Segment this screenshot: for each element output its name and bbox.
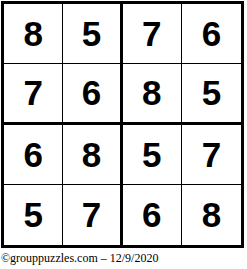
- cell-r3c3: 5: [123, 125, 182, 185]
- copyright-footer: ©grouppuzzles.com – 12/9/2020: [1, 251, 158, 266]
- cell-r4c2: 7: [63, 185, 122, 245]
- cell-r4c1: 5: [4, 185, 63, 245]
- cell-r3c2: 8: [63, 125, 122, 185]
- cell-r1c1: 8: [4, 4, 63, 64]
- sudoku-board: 8576768568575768: [1, 1, 244, 248]
- cell-r2c2: 6: [63, 64, 122, 124]
- cell-r2c3: 8: [123, 64, 182, 124]
- cell-r3c1: 6: [4, 125, 63, 185]
- cell-r4c3: 6: [123, 185, 182, 245]
- cell-r1c4: 6: [182, 4, 241, 64]
- cell-r2c4: 5: [182, 64, 241, 124]
- cell-r4c4: 8: [182, 185, 241, 245]
- cell-r2c1: 7: [4, 64, 63, 124]
- cell-r1c2: 5: [63, 4, 122, 64]
- cell-r1c3: 7: [123, 4, 182, 64]
- cell-r3c4: 7: [182, 125, 241, 185]
